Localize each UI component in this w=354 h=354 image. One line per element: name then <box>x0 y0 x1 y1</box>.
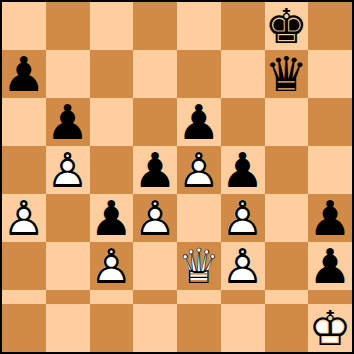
square-b3[interactable] <box>46 242 90 290</box>
square-f1[interactable] <box>221 304 265 352</box>
piece-black-queen-g7[interactable]: ♛︎ <box>265 50 309 98</box>
black-king-glyph: ♚︎ <box>265 2 308 50</box>
square-c5[interactable] <box>90 146 134 194</box>
square-c6[interactable] <box>90 98 134 146</box>
square-e1[interactable] <box>177 304 221 352</box>
square-b2[interactable] <box>46 290 90 304</box>
square-b4[interactable] <box>46 194 90 242</box>
white-pawn-outline-glyph: ♙︎ <box>46 146 89 194</box>
white-pawn-glyph: ♟︎ <box>221 242 264 290</box>
white-king-outline-glyph: ♔︎ <box>309 304 352 352</box>
square-g2[interactable] <box>265 290 309 304</box>
square-a2[interactable] <box>2 290 46 304</box>
square-c7[interactable] <box>90 50 134 98</box>
square-g1[interactable] <box>265 304 309 352</box>
square-h7[interactable] <box>308 50 352 98</box>
square-f4[interactable]: ♟︎♙︎ <box>221 194 265 242</box>
square-e7[interactable] <box>177 50 221 98</box>
square-a6[interactable] <box>2 98 46 146</box>
square-e8[interactable] <box>177 2 221 50</box>
square-a8[interactable] <box>2 2 46 50</box>
white-pawn-glyph: ♟︎ <box>2 194 45 242</box>
square-e2[interactable] <box>177 290 221 304</box>
square-g4[interactable] <box>265 194 309 242</box>
piece-white-pawn-b5[interactable]: ♟︎♙︎ <box>46 146 90 194</box>
square-c1[interactable] <box>90 304 134 352</box>
square-d4[interactable]: ♟︎♙︎ <box>133 194 177 242</box>
white-pawn-outline-glyph: ♙︎ <box>221 194 264 242</box>
square-a7[interactable]: ♟︎ <box>2 50 46 98</box>
black-pawn-glyph: ♟︎ <box>2 50 45 98</box>
square-c3[interactable]: ♟︎♙︎ <box>90 242 134 290</box>
square-h3[interactable]: ♟︎ <box>308 242 352 290</box>
black-pawn-glyph: ♟︎ <box>221 146 264 194</box>
white-pawn-glyph: ♟︎ <box>90 242 133 290</box>
square-g3[interactable] <box>265 242 309 290</box>
black-pawn-glyph: ♟︎ <box>46 98 89 146</box>
square-e3[interactable]: ♛︎♕︎ <box>177 242 221 290</box>
chess-board: ♚︎♟︎♛︎♟︎♟︎♟︎♙︎♟︎♟︎♙︎♟︎♟︎♙︎♟︎♟︎♙︎♟︎♙︎♟︎♟︎… <box>0 0 354 354</box>
square-f5[interactable]: ♟︎ <box>221 146 265 194</box>
piece-black-pawn-h3[interactable]: ♟︎ <box>308 242 352 290</box>
square-h1[interactable]: ♚︎♔︎ <box>308 304 352 352</box>
square-h5[interactable] <box>308 146 352 194</box>
black-pawn-glyph: ♟︎ <box>177 98 220 146</box>
square-h6[interactable] <box>308 98 352 146</box>
square-a1[interactable] <box>2 304 46 352</box>
black-pawn-glyph: ♟︎ <box>309 242 352 290</box>
square-b1[interactable] <box>46 304 90 352</box>
square-c4[interactable]: ♟︎ <box>90 194 134 242</box>
piece-black-pawn-f5[interactable]: ♟︎ <box>221 146 265 194</box>
square-b6[interactable]: ♟︎ <box>46 98 90 146</box>
piece-white-pawn-a4[interactable]: ♟︎♙︎ <box>2 194 46 242</box>
square-g8[interactable]: ♚︎ <box>265 2 309 50</box>
square-b8[interactable] <box>46 2 90 50</box>
piece-black-pawn-d5[interactable]: ♟︎ <box>133 146 177 194</box>
square-h4[interactable]: ♟︎ <box>308 194 352 242</box>
white-pawn-outline-glyph: ♙︎ <box>221 242 264 290</box>
white-pawn-glyph: ♟︎ <box>177 146 220 194</box>
piece-black-pawn-b6[interactable]: ♟︎ <box>46 98 90 146</box>
piece-white-king-h1[interactable]: ♚︎♔︎ <box>308 304 352 352</box>
square-f7[interactable] <box>221 50 265 98</box>
square-f3[interactable]: ♟︎♙︎ <box>221 242 265 290</box>
square-d6[interactable] <box>133 98 177 146</box>
square-g5[interactable] <box>265 146 309 194</box>
square-d7[interactable] <box>133 50 177 98</box>
square-h8[interactable] <box>308 2 352 50</box>
piece-black-pawn-e6[interactable]: ♟︎ <box>177 98 221 146</box>
piece-black-king-g8[interactable]: ♚︎ <box>265 2 309 50</box>
square-d2[interactable] <box>133 290 177 304</box>
piece-black-pawn-a7[interactable]: ♟︎ <box>2 50 46 98</box>
piece-white-pawn-f3[interactable]: ♟︎♙︎ <box>221 242 265 290</box>
white-king-glyph: ♚︎ <box>309 304 352 352</box>
white-pawn-glyph: ♟︎ <box>46 146 89 194</box>
piece-white-pawn-d4[interactable]: ♟︎♙︎ <box>133 194 177 242</box>
white-queen-outline-glyph: ♕︎ <box>177 242 220 290</box>
square-a5[interactable] <box>2 146 46 194</box>
square-d5[interactable]: ♟︎ <box>133 146 177 194</box>
white-pawn-glyph: ♟︎ <box>221 194 264 242</box>
square-f2[interactable] <box>221 290 265 304</box>
white-pawn-glyph: ♟︎ <box>134 194 177 242</box>
square-c8[interactable] <box>90 2 134 50</box>
black-pawn-glyph: ♟︎ <box>90 194 133 242</box>
square-d3[interactable] <box>133 242 177 290</box>
piece-white-queen-e3[interactable]: ♛︎♕︎ <box>177 242 221 290</box>
piece-white-pawn-f4[interactable]: ♟︎♙︎ <box>221 194 265 242</box>
square-a3[interactable] <box>2 242 46 290</box>
black-pawn-glyph: ♟︎ <box>309 194 352 242</box>
white-pawn-outline-glyph: ♙︎ <box>134 194 177 242</box>
white-pawn-outline-glyph: ♙︎ <box>177 146 220 194</box>
white-pawn-outline-glyph: ♙︎ <box>90 242 133 290</box>
square-h2[interactable] <box>308 290 352 304</box>
square-b7[interactable] <box>46 50 90 98</box>
square-f8[interactable] <box>221 2 265 50</box>
white-queen-glyph: ♛︎ <box>177 242 220 290</box>
piece-black-pawn-h4[interactable]: ♟︎ <box>308 194 352 242</box>
square-b5[interactable]: ♟︎♙︎ <box>46 146 90 194</box>
square-d8[interactable] <box>133 2 177 50</box>
square-d1[interactable] <box>133 304 177 352</box>
square-g6[interactable] <box>265 98 309 146</box>
square-c2[interactable] <box>90 290 134 304</box>
black-queen-glyph: ♛︎ <box>265 50 308 98</box>
piece-white-pawn-c3[interactable]: ♟︎♙︎ <box>90 242 134 290</box>
square-f6[interactable] <box>221 98 265 146</box>
piece-black-pawn-c4[interactable]: ♟︎ <box>90 194 134 242</box>
black-pawn-glyph: ♟︎ <box>134 146 177 194</box>
square-e6[interactable]: ♟︎ <box>177 98 221 146</box>
chess-diagram: ♚︎♟︎♛︎♟︎♟︎♟︎♙︎♟︎♟︎♙︎♟︎♟︎♙︎♟︎♟︎♙︎♟︎♙︎♟︎♟︎… <box>0 0 354 354</box>
square-g7[interactable]: ♛︎ <box>265 50 309 98</box>
white-pawn-outline-glyph: ♙︎ <box>2 194 45 242</box>
piece-white-pawn-e5[interactable]: ♟︎♙︎ <box>177 146 221 194</box>
square-e5[interactable]: ♟︎♙︎ <box>177 146 221 194</box>
square-e4[interactable] <box>177 194 221 242</box>
square-a4[interactable]: ♟︎♙︎ <box>2 194 46 242</box>
